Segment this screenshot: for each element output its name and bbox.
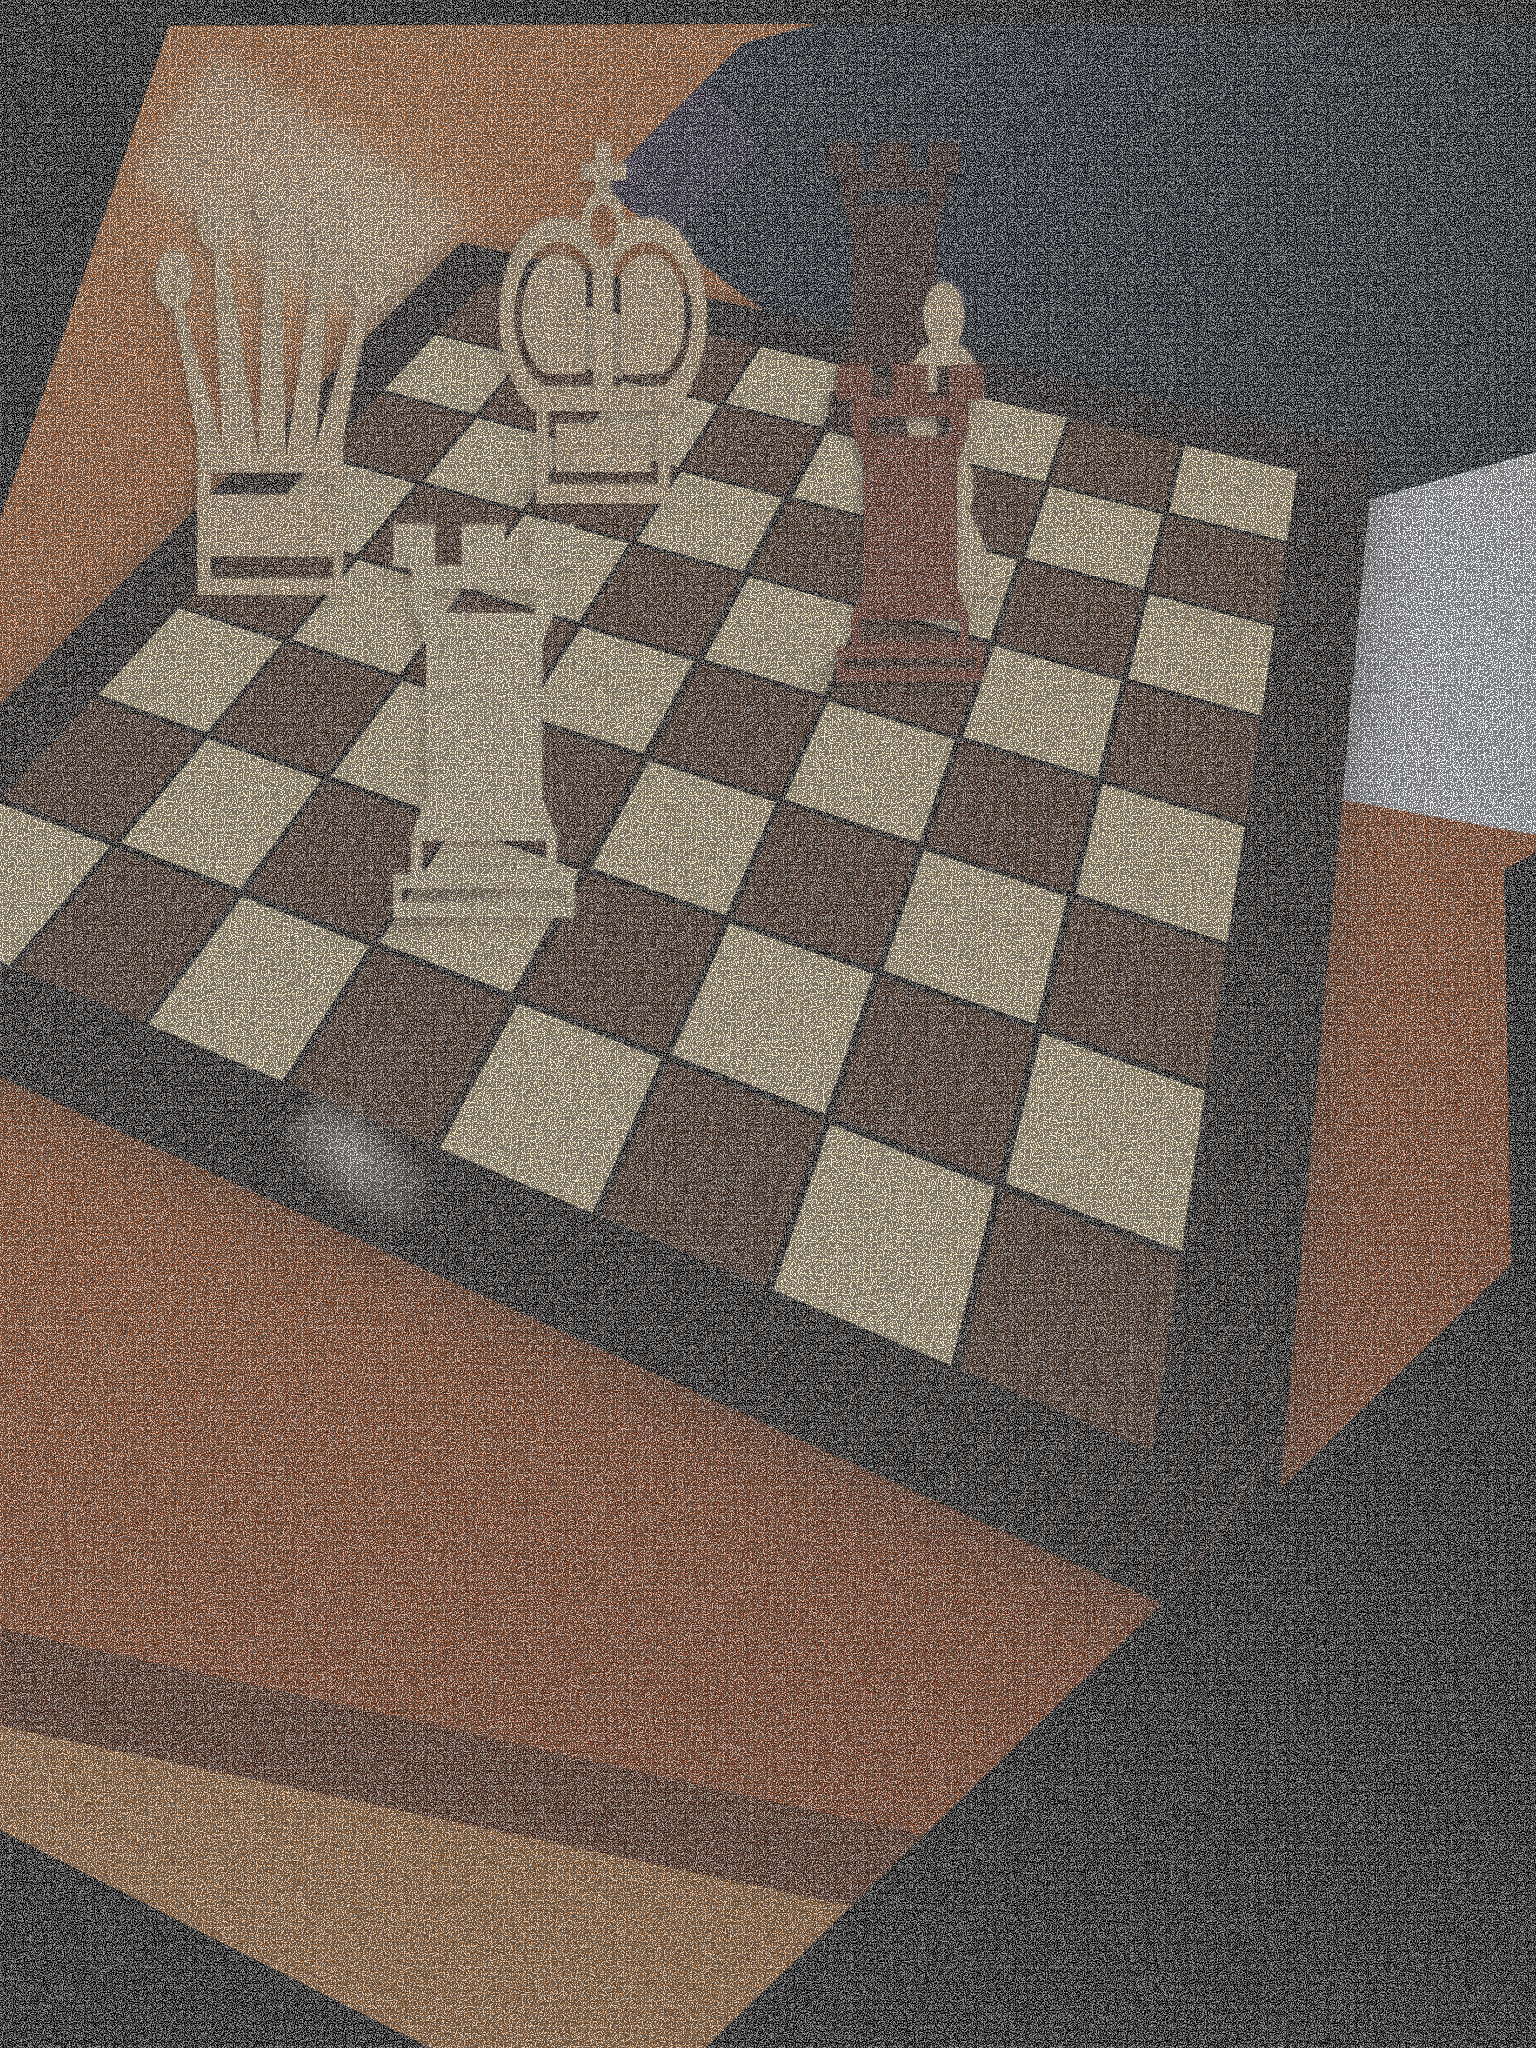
pieces-layer: ♜♚♝♜♛♜ bbox=[0, 0, 1536, 2048]
photo-canvas: ♜♚♝♜♛♜ bbox=[0, 0, 1536, 2048]
chess-piece-black-rook-red: ♜ bbox=[716, 315, 1104, 748]
black-rook-red-glyph: ♜ bbox=[793, 315, 1026, 748]
chess-piece-white-rook: ♜ bbox=[243, 463, 725, 1001]
white-rook-glyph: ♜ bbox=[339, 463, 628, 1001]
